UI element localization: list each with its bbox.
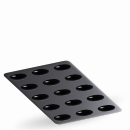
pit-r3c1[interactable] [29, 93, 52, 102]
pit-r4c2[interactable] [62, 98, 85, 107]
pit-r2c2[interactable] [40, 78, 63, 87]
pit-r5c3[interactable] [95, 104, 118, 113]
pit-r1c3[interactable] [51, 63, 74, 72]
pit-r2c1[interactable] [18, 82, 41, 91]
pit-r3c2[interactable] [51, 88, 74, 97]
pit-r2c3[interactable] [62, 73, 85, 82]
pit-r4c1[interactable] [40, 103, 63, 112]
board-photo-scene [0, 0, 130, 130]
pit-r4c3[interactable] [84, 94, 107, 103]
pit-r5c2[interactable] [73, 108, 96, 117]
pit-r3c3[interactable] [73, 83, 96, 92]
pit-r1c1[interactable] [7, 72, 30, 81]
pit-r1c2[interactable] [29, 68, 52, 77]
pit-r5c1[interactable] [51, 113, 74, 122]
